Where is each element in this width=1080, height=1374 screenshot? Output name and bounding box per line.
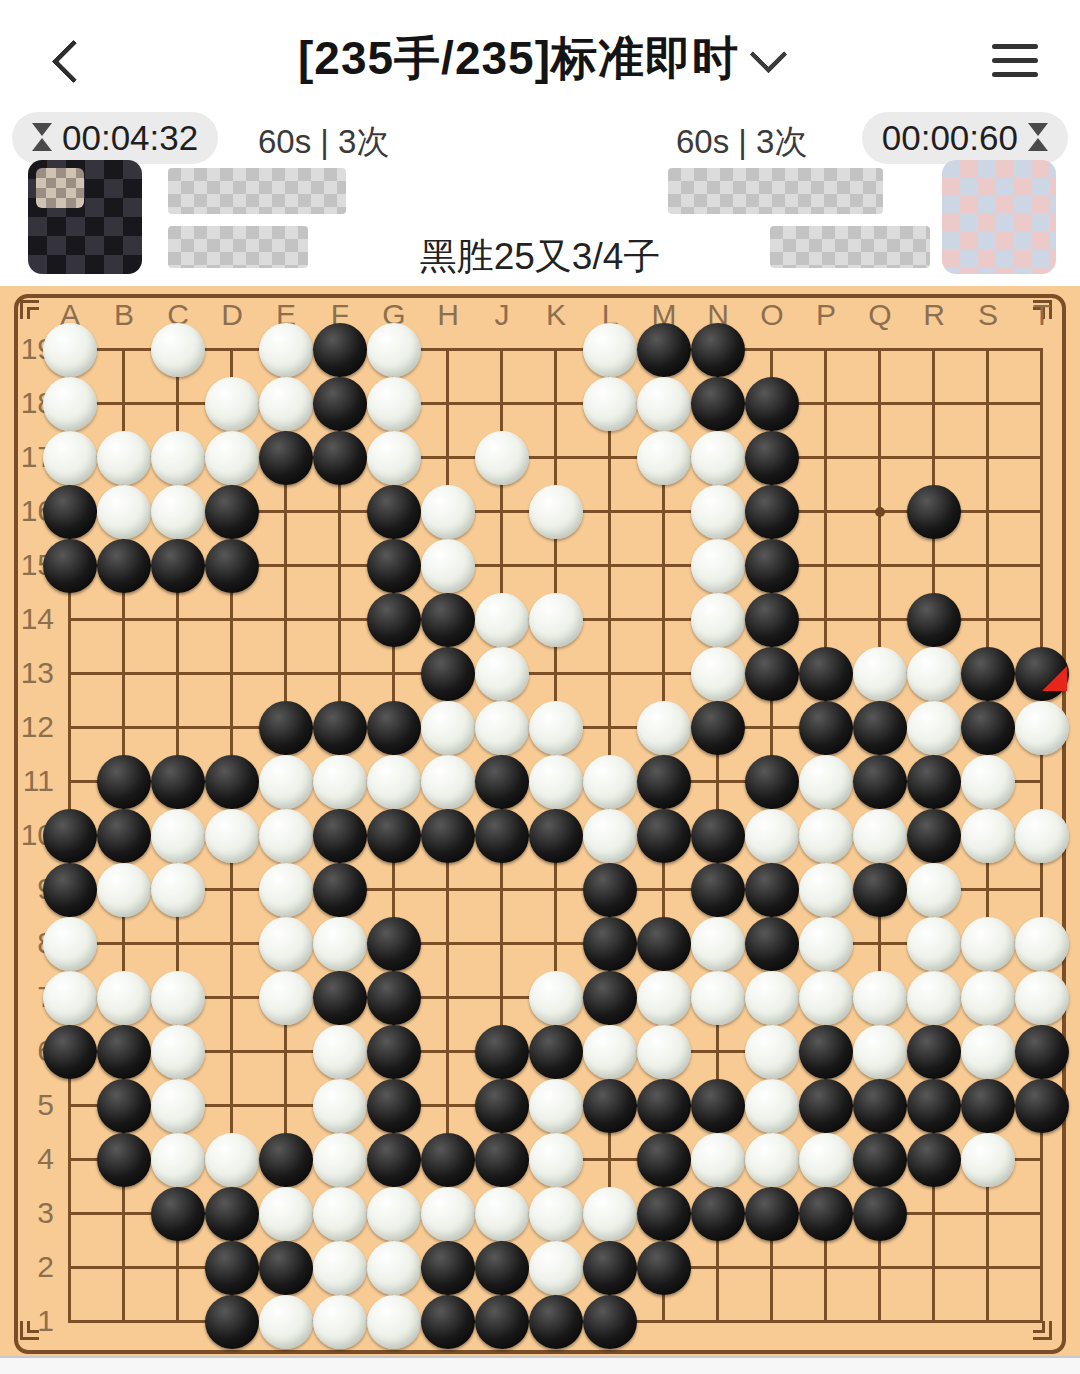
stone-white-K5 [529,1079,583,1133]
stone-black-G6 [367,1025,421,1079]
stone-black-J2 [475,1241,529,1295]
stone-white-A7 [43,971,97,1025]
stone-white-H16 [421,485,475,539]
stone-white-Q13 [853,647,907,701]
col-label-H: H [421,298,475,332]
stone-black-N3 [691,1187,745,1241]
stone-black-A9 [43,863,97,917]
stone-white-E10 [259,809,313,863]
stone-white-F2 [313,1241,367,1295]
stone-white-F4 [313,1133,367,1187]
stone-white-Q6 [853,1025,907,1079]
col-label-J: J [475,298,529,332]
stone-white-C10 [151,809,205,863]
stone-black-L8 [583,917,637,971]
stone-black-G12 [367,701,421,755]
col-label-P: P [799,298,853,332]
stone-black-M8 [637,917,691,971]
stone-white-B9 [97,863,151,917]
stone-black-H14 [421,593,475,647]
stone-white-E3 [259,1187,313,1241]
stone-white-G18 [367,377,421,431]
stone-white-E9 [259,863,313,917]
stone-black-N19 [691,323,745,377]
stone-black-S12 [961,701,1015,755]
game-result-text: 黑胜25又3/4子 [0,232,1080,282]
stone-white-S6 [961,1025,1015,1079]
stone-white-K12 [529,701,583,755]
stone-black-M3 [637,1187,691,1241]
stone-black-O11 [745,755,799,809]
stone-black-O3 [745,1187,799,1241]
stone-black-J5 [475,1079,529,1133]
stone-white-D10 [205,809,259,863]
stone-black-D2 [205,1241,259,1295]
stone-white-R13 [907,647,961,701]
stone-white-E8 [259,917,313,971]
stone-white-L19 [583,323,637,377]
stone-black-F19 [313,323,367,377]
hourglass-icon [32,123,52,153]
stone-black-N9 [691,863,745,917]
stone-white-P8 [799,917,853,971]
stone-black-S5 [961,1079,1015,1133]
stone-black-M4 [637,1133,691,1187]
stone-white-M12 [637,701,691,755]
stone-white-C6 [151,1025,205,1079]
stone-black-A6 [43,1025,97,1079]
row-label-4: 4 [8,1142,54,1176]
stone-black-R6 [907,1025,961,1079]
stone-black-L2 [583,1241,637,1295]
stone-black-B6 [97,1025,151,1079]
stone-white-T12 [1015,701,1069,755]
stone-black-F7 [313,971,367,1025]
stone-black-B15 [97,539,151,593]
stone-white-J14 [475,593,529,647]
stone-white-D4 [205,1133,259,1187]
stone-white-P10 [799,809,853,863]
stone-white-C4 [151,1133,205,1187]
stone-white-E11 [259,755,313,809]
stone-white-E19 [259,323,313,377]
stone-white-S8 [961,917,1015,971]
stone-black-M19 [637,323,691,377]
col-label-S: S [961,298,1015,332]
stone-black-J6 [475,1025,529,1079]
row-label-11: 11 [8,764,54,798]
stone-white-L18 [583,377,637,431]
stone-white-T8 [1015,917,1069,971]
stone-black-O9 [745,863,799,917]
stone-black-F18 [313,377,367,431]
col-label-B: B [97,298,151,332]
stone-white-R8 [907,917,961,971]
stone-white-A8 [43,917,97,971]
stone-black-N10 [691,809,745,863]
stone-white-S10 [961,809,1015,863]
stone-black-Q11 [853,755,907,809]
stone-white-N4 [691,1133,745,1187]
stone-black-L5 [583,1079,637,1133]
stone-black-H1 [421,1295,475,1349]
stone-black-D3 [205,1187,259,1241]
stone-white-G17 [367,431,421,485]
stone-white-F1 [313,1295,367,1349]
stone-black-J4 [475,1133,529,1187]
stone-black-A16 [43,485,97,539]
stone-black-H10 [421,809,475,863]
stone-white-A19 [43,323,97,377]
white-clock: 00:00:60 [862,112,1068,164]
stone-white-F8 [313,917,367,971]
stone-black-P12 [799,701,853,755]
go-app-screen: [235手/235]标准即时 00:04:32 60s | 3次 60s | 3… [0,0,1080,1374]
stone-white-S7 [961,971,1015,1025]
stone-black-D16 [205,485,259,539]
stone-black-R10 [907,809,961,863]
stone-white-C7 [151,971,205,1025]
stone-white-N16 [691,485,745,539]
stone-white-B17 [97,431,151,485]
stone-white-N13 [691,647,745,701]
stone-white-C19 [151,323,205,377]
stone-black-R5 [907,1079,961,1133]
stone-black-R4 [907,1133,961,1187]
stone-black-D1 [205,1295,259,1349]
stone-black-F9 [313,863,367,917]
stone-black-N5 [691,1079,745,1133]
stone-black-C11 [151,755,205,809]
stone-white-H3 [421,1187,475,1241]
stone-black-H4 [421,1133,475,1187]
stone-black-K6 [529,1025,583,1079]
stone-white-C17 [151,431,205,485]
bottom-bar [0,1356,1080,1374]
menu-icon[interactable] [992,44,1038,77]
stone-black-J10 [475,809,529,863]
stone-black-P5 [799,1079,853,1133]
stone-black-G7 [367,971,421,1025]
stone-white-N15 [691,539,745,593]
stone-black-O18 [745,377,799,431]
stone-black-G8 [367,917,421,971]
stone-white-P4 [799,1133,853,1187]
stone-black-S13 [961,647,1015,701]
stone-white-S4 [961,1133,1015,1187]
stone-white-S11 [961,755,1015,809]
col-label-Q: Q [853,298,907,332]
stone-white-J17 [475,431,529,485]
hourglass-icon [1028,123,1048,153]
stone-black-T13 [1015,647,1069,701]
stone-black-R14 [907,593,961,647]
stone-black-P6 [799,1025,853,1079]
stone-black-T6 [1015,1025,1069,1079]
stone-black-O13 [745,647,799,701]
stone-black-N12 [691,701,745,755]
stone-black-O8 [745,917,799,971]
stone-white-M7 [637,971,691,1025]
stone-white-E1 [259,1295,313,1349]
stone-white-D18 [205,377,259,431]
stone-black-K10 [529,809,583,863]
stone-black-A15 [43,539,97,593]
stone-black-B5 [97,1079,151,1133]
stone-black-C3 [151,1187,205,1241]
stone-white-K11 [529,755,583,809]
stone-white-N8 [691,917,745,971]
stone-white-R9 [907,863,961,917]
stone-white-P9 [799,863,853,917]
stone-white-H15 [421,539,475,593]
stone-black-Q3 [853,1187,907,1241]
stone-black-L7 [583,971,637,1025]
stone-white-L3 [583,1187,637,1241]
stone-white-Q7 [853,971,907,1025]
col-label-R: R [907,298,961,332]
stone-black-E2 [259,1241,313,1295]
stone-white-O4 [745,1133,799,1187]
stone-white-G2 [367,1241,421,1295]
stone-black-G14 [367,593,421,647]
stone-black-G10 [367,809,421,863]
black-time: 00:04:32 [62,118,198,158]
stone-white-E7 [259,971,313,1025]
stone-black-D15 [205,539,259,593]
stone-white-O6 [745,1025,799,1079]
stone-black-L9 [583,863,637,917]
stone-white-N7 [691,971,745,1025]
stone-white-J12 [475,701,529,755]
stone-white-G3 [367,1187,421,1241]
stone-white-N14 [691,593,745,647]
stone-white-E18 [259,377,313,431]
stone-white-H12 [421,701,475,755]
stone-white-J13 [475,647,529,701]
stone-black-E4 [259,1133,313,1187]
stone-black-M11 [637,755,691,809]
stone-black-J1 [475,1295,529,1349]
stone-white-J3 [475,1187,529,1241]
stone-black-H2 [421,1241,475,1295]
stone-white-O7 [745,971,799,1025]
star-point-Q16 [875,507,885,517]
stone-black-O16 [745,485,799,539]
col-label-O: O [745,298,799,332]
stone-white-A18 [43,377,97,431]
row-label-3: 3 [8,1196,54,1230]
stone-white-B16 [97,485,151,539]
stone-black-O17 [745,431,799,485]
stone-black-O15 [745,539,799,593]
stone-black-B11 [97,755,151,809]
stone-black-D11 [205,755,259,809]
stone-black-B4 [97,1133,151,1187]
stone-white-L6 [583,1025,637,1079]
stone-white-O10 [745,809,799,863]
stone-white-L10 [583,809,637,863]
stone-black-B10 [97,809,151,863]
stone-black-C15 [151,539,205,593]
chevron-down-icon[interactable] [749,35,787,73]
stone-white-B7 [97,971,151,1025]
stone-black-G5 [367,1079,421,1133]
stone-black-T5 [1015,1079,1069,1133]
stone-white-C9 [151,863,205,917]
stone-black-Q9 [853,863,907,917]
row-label-14: 14 [8,602,54,636]
stone-black-L1 [583,1295,637,1349]
black-clock: 00:04:32 [12,112,218,164]
stone-black-R16 [907,485,961,539]
stone-white-H11 [421,755,475,809]
corner-ornament [1032,1320,1058,1346]
stone-black-O14 [745,593,799,647]
stone-white-T10 [1015,809,1069,863]
black-byoyomi: 60s | 3次 [258,120,389,165]
row-label-12: 12 [8,710,54,744]
stone-white-M17 [637,431,691,485]
stone-white-K7 [529,971,583,1025]
stone-black-A10 [43,809,97,863]
stone-white-D17 [205,431,259,485]
stone-white-O5 [745,1079,799,1133]
page-title: [235手/235]标准即时 [298,28,739,90]
stone-white-K4 [529,1133,583,1187]
stone-white-C16 [151,485,205,539]
stone-white-K2 [529,1241,583,1295]
row-label-13: 13 [8,656,54,690]
stone-white-G1 [367,1295,421,1349]
stone-white-F3 [313,1187,367,1241]
stone-white-C5 [151,1079,205,1133]
stone-black-G16 [367,485,421,539]
stone-white-K3 [529,1187,583,1241]
stone-black-G15 [367,539,421,593]
col-label-T: T [1015,298,1069,332]
stone-black-K1 [529,1295,583,1349]
stone-white-P11 [799,755,853,809]
stone-white-Q10 [853,809,907,863]
col-label-K: K [529,298,583,332]
stone-black-F17 [313,431,367,485]
row-label-1: 1 [8,1304,54,1338]
stone-black-F12 [313,701,367,755]
stone-black-N18 [691,377,745,431]
stone-black-J11 [475,755,529,809]
stone-black-M5 [637,1079,691,1133]
stone-white-G19 [367,323,421,377]
white-player-name-blurred [668,168,883,214]
stone-white-T7 [1015,971,1069,1025]
white-time: 00:00:60 [882,118,1018,158]
row-label-2: 2 [8,1250,54,1284]
stone-white-M6 [637,1025,691,1079]
corner-ornament [14,294,40,320]
stone-white-P7 [799,971,853,1025]
stone-white-R12 [907,701,961,755]
stone-white-K14 [529,593,583,647]
stone-white-F11 [313,755,367,809]
stone-white-F5 [313,1079,367,1133]
title-bar: [235手/235]标准即时 [0,28,1080,90]
stone-black-M10 [637,809,691,863]
stone-black-M2 [637,1241,691,1295]
stone-black-Q12 [853,701,907,755]
last-move-marker [1042,666,1067,691]
stone-black-F10 [313,809,367,863]
stone-white-R7 [907,971,961,1025]
stone-white-A17 [43,431,97,485]
stone-black-P3 [799,1187,853,1241]
stone-white-M18 [637,377,691,431]
black-player-name-blurred [168,168,346,214]
stone-white-N17 [691,431,745,485]
stone-black-G4 [367,1133,421,1187]
stone-black-R11 [907,755,961,809]
stone-white-K16 [529,485,583,539]
row-label-5: 5 [8,1088,54,1122]
stone-black-Q4 [853,1133,907,1187]
white-byoyomi: 60s | 3次 [676,120,807,165]
stone-black-H13 [421,647,475,701]
stone-black-P13 [799,647,853,701]
stone-white-G11 [367,755,421,809]
stone-white-L11 [583,755,637,809]
stone-black-E17 [259,431,313,485]
stone-black-Q5 [853,1079,907,1133]
col-label-D: D [205,298,259,332]
stone-black-E12 [259,701,313,755]
stone-white-F6 [313,1025,367,1079]
